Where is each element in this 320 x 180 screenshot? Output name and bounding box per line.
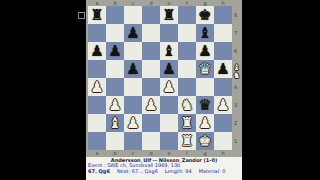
- black-rook: ♜: [162, 8, 175, 23]
- file-label-b: b: [106, 151, 124, 156]
- square-g7: ♝: [196, 24, 214, 42]
- material-balance: Material: 0: [199, 168, 226, 174]
- black-rook: ♜: [90, 8, 103, 23]
- square-a2: [88, 114, 106, 132]
- file-label-h: h: [214, 151, 232, 156]
- square-h4: [214, 78, 232, 96]
- square-h8: [214, 6, 232, 24]
- square-g1: ♚: [196, 132, 214, 150]
- white-queen: ♛: [198, 62, 211, 77]
- white-pawn: ♟: [162, 80, 175, 95]
- square-c4: [124, 78, 142, 96]
- square-c1: [124, 132, 142, 150]
- file-label-a: a: [88, 151, 106, 156]
- rank-label-3: 3: [234, 96, 237, 114]
- board: ♜♜♚♟♝♟♟♝♟♟♟♛♟♟♟♟♟♞♛♟♝♟♜♟♜♚: [88, 6, 232, 150]
- black-bishop: ♝: [162, 44, 175, 59]
- video-frame: { "game": "chess", "position": "r3r1k1/2…: [0, 0, 320, 180]
- square-g5: ♛: [196, 60, 214, 78]
- info-bar: Andersson_Ulf -- Nilsson_Zandor (1-0) Ev…: [86, 157, 242, 180]
- black-pawn: ♟: [90, 44, 103, 59]
- square-d1: [142, 132, 160, 150]
- black-pawn: ♟: [162, 62, 175, 77]
- white-king: ♚: [198, 134, 211, 149]
- square-g3: ♛: [196, 96, 214, 114]
- file-label-f: f: [178, 151, 196, 156]
- white-pawn: ♟: [216, 98, 229, 113]
- square-c6: [124, 42, 142, 60]
- square-d2: [142, 114, 160, 132]
- rank-label-6: 6: [234, 42, 237, 60]
- white-pawn: ♟: [198, 116, 211, 131]
- rank-label-8: 8: [234, 6, 237, 24]
- rank-label-1: 1: [234, 132, 237, 150]
- next-move: Next: 67... Qxg6: [117, 168, 158, 174]
- square-e2: [160, 114, 178, 132]
- file-label-e: e: [160, 151, 178, 156]
- rank-label-7: 7: [234, 24, 237, 42]
- square-g2: ♟: [196, 114, 214, 132]
- white-knight-icon: ♞: [233, 72, 240, 80]
- square-a5: [88, 60, 106, 78]
- square-c7: ♟: [124, 24, 142, 42]
- square-c2: ♟: [124, 114, 142, 132]
- move-info-line: 67. Qg6 Next: 67... Qxg6 Length: 94 Mate…: [86, 168, 242, 174]
- square-c3: [124, 96, 142, 114]
- square-d4: [142, 78, 160, 96]
- square-e7: [160, 24, 178, 42]
- white-pawn: ♟: [144, 98, 157, 113]
- square-b3: ♟: [106, 96, 124, 114]
- square-b5: [106, 60, 124, 78]
- file-label-c: c: [124, 151, 142, 156]
- square-h1: [214, 132, 232, 150]
- square-h3: ♟: [214, 96, 232, 114]
- square-d7: [142, 24, 160, 42]
- file-labels-bottom: abcdefgh: [88, 151, 232, 156]
- square-h7: [214, 24, 232, 42]
- square-a1: [88, 132, 106, 150]
- square-f5: [178, 60, 196, 78]
- square-e4: ♟: [160, 78, 178, 96]
- square-d6: [142, 42, 160, 60]
- square-b4: [106, 78, 124, 96]
- square-d3: ♟: [142, 96, 160, 114]
- square-f4: [178, 78, 196, 96]
- file-label-d: d: [142, 151, 160, 156]
- square-e6: ♝: [160, 42, 178, 60]
- move-played: 67. Qg6: [88, 168, 110, 174]
- square-e3: [160, 96, 178, 114]
- square-a8: ♜: [88, 6, 106, 24]
- black-pawn: ♟: [216, 62, 229, 77]
- square-g4: [196, 78, 214, 96]
- square-b8: [106, 6, 124, 24]
- square-b7: [106, 24, 124, 42]
- square-g8: ♚: [196, 6, 214, 24]
- square-g6: ♟: [196, 42, 214, 60]
- material-tray: ♝♞: [233, 64, 240, 80]
- square-c8: [124, 6, 142, 24]
- white-rook: ♜: [180, 116, 193, 131]
- square-f7: [178, 24, 196, 42]
- square-e5: ♟: [160, 60, 178, 78]
- square-h2: [214, 114, 232, 132]
- black-pawn: ♟: [198, 44, 211, 59]
- black-bishop: ♝: [198, 26, 211, 41]
- square-f2: ♜: [178, 114, 196, 132]
- white-rook: ♜: [180, 134, 193, 149]
- rank-label-4: 4: [234, 78, 237, 96]
- square-b6: ♟: [106, 42, 124, 60]
- black-queen: ♛: [198, 98, 211, 113]
- white-bishop: ♝: [108, 116, 121, 131]
- file-label-g: g: [196, 151, 214, 156]
- game-length: Length: 94: [165, 168, 192, 174]
- square-h6: [214, 42, 232, 60]
- square-f6: [178, 42, 196, 60]
- square-f8: [178, 6, 196, 24]
- square-e8: ♜: [160, 6, 178, 24]
- white-pawn: ♟: [108, 98, 121, 113]
- black-pawn: ♟: [126, 26, 139, 41]
- black-to-move-indicator: [78, 12, 85, 19]
- square-a3: [88, 96, 106, 114]
- square-h5: ♟: [214, 60, 232, 78]
- white-knight: ♞: [180, 98, 193, 113]
- square-d5: [142, 60, 160, 78]
- square-b1: [106, 132, 124, 150]
- square-f3: ♞: [178, 96, 196, 114]
- square-e1: [160, 132, 178, 150]
- rank-label-2: 2: [234, 114, 237, 132]
- square-d8: [142, 6, 160, 24]
- black-pawn: ♟: [126, 62, 139, 77]
- black-pawn: ♟: [108, 44, 121, 59]
- square-f1: ♜: [178, 132, 196, 150]
- square-a4: ♟: [88, 78, 106, 96]
- white-pawn: ♟: [126, 116, 139, 131]
- square-b2: ♝: [106, 114, 124, 132]
- square-c5: ♟: [124, 60, 142, 78]
- square-a7: [88, 24, 106, 42]
- white-pawn: ♟: [90, 80, 103, 95]
- square-a6: ♟: [88, 42, 106, 60]
- black-king: ♚: [198, 8, 211, 23]
